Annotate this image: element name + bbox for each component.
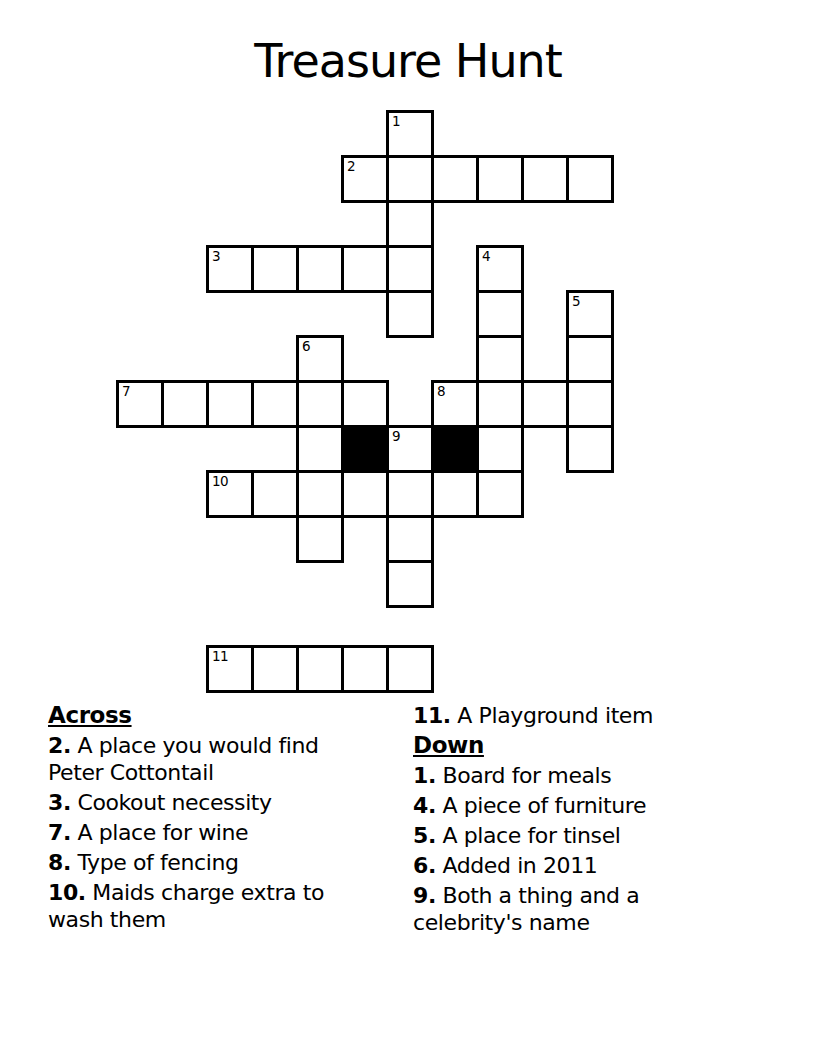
clue-number: 10.: [48, 880, 86, 905]
grid-cell-r6-c1[interactable]: [161, 380, 209, 428]
grid-cell-r6-c5[interactable]: [341, 380, 389, 428]
clue-number: 2.: [48, 733, 71, 758]
clue-number: 1.: [413, 763, 436, 788]
grid-cell-r7-c10[interactable]: [566, 425, 614, 473]
clues-column-left: Across2. A place you would find Peter Co…: [48, 702, 380, 936]
grid-cell-r8-c4[interactable]: [296, 470, 344, 518]
grid-cell-r3-c3[interactable]: [251, 245, 299, 293]
clue-2-across: 2. A place you would find Peter Cottonta…: [48, 732, 380, 786]
clue-number: 4.: [413, 793, 436, 818]
grid-cell-r0-c6[interactable]: 1: [386, 110, 434, 158]
grid-cell-r8-c7[interactable]: [431, 470, 479, 518]
clue-text: Cookout necessity: [71, 790, 272, 815]
grid-cell-r3-c4[interactable]: [296, 245, 344, 293]
clue-text: Board for meals: [436, 763, 612, 788]
grid-cell-r5-c10[interactable]: [566, 335, 614, 383]
clue-number: 9.: [413, 883, 436, 908]
clue-number: 6.: [413, 853, 436, 878]
grid-cell-r11-c6[interactable]: [386, 645, 434, 693]
clue-5-down: 5. A place for tinsel: [413, 822, 695, 849]
clue-text: Both a thing and a celebrity's name: [413, 883, 639, 935]
grid-cell-r4-c8[interactable]: [476, 290, 524, 338]
grid-cell-r11-c4[interactable]: [296, 645, 344, 693]
grid-cell-r6-c0[interactable]: 7: [116, 380, 164, 428]
clue-number: 11.: [413, 703, 451, 728]
grid-cell-r7-c4[interactable]: [296, 425, 344, 473]
grid-cell-r1-c8[interactable]: [476, 155, 524, 203]
grid-cell-r6-c4[interactable]: [296, 380, 344, 428]
cell-number-9: 9: [392, 429, 400, 444]
grid-cell-r10-c6[interactable]: [386, 560, 434, 608]
cell-number-1: 1: [392, 114, 400, 129]
clue-number: 7.: [48, 820, 71, 845]
clue-3-across: 3. Cookout necessity: [48, 789, 380, 816]
crossword-grid: 1234567891011: [116, 110, 616, 695]
clue-number: 5.: [413, 823, 436, 848]
clue-text: A Playground item: [451, 703, 653, 728]
grid-cell-r6-c2[interactable]: [206, 380, 254, 428]
grid-cell-r8-c2[interactable]: 10: [206, 470, 254, 518]
grid-cell-r1-c5[interactable]: 2: [341, 155, 389, 203]
puzzle-title: Treasure Hunt: [0, 34, 816, 88]
clue-9-down: 9. Both a thing and a celebrity's name: [413, 882, 695, 936]
cell-number-8: 8: [437, 384, 445, 399]
clue-number: 8.: [48, 850, 71, 875]
grid-cell-r8-c5[interactable]: [341, 470, 389, 518]
grid-cell-r7-c8[interactable]: [476, 425, 524, 473]
clue-1-down: 1. Board for meals: [413, 762, 695, 789]
grid-cell-r3-c2[interactable]: 3: [206, 245, 254, 293]
cell-number-11: 11: [212, 649, 228, 664]
clue-11-across: 11. A Playground item: [413, 702, 695, 729]
grid-cell-r4-c6[interactable]: [386, 290, 434, 338]
black-cell: [431, 425, 479, 473]
grid-cell-r6-c10[interactable]: [566, 380, 614, 428]
clue-text: Type of fencing: [71, 850, 239, 875]
clue-8-across: 8. Type of fencing: [48, 849, 380, 876]
grid-cell-r9-c6[interactable]: [386, 515, 434, 563]
clue-10-across: 10. Maids charge extra to wash them: [48, 879, 380, 933]
clue-text: A place you would find Peter Cottontail: [48, 733, 319, 785]
grid-cell-r2-c6[interactable]: [386, 200, 434, 248]
cell-number-10: 10: [212, 474, 228, 489]
grid-cell-r6-c8[interactable]: [476, 380, 524, 428]
black-cell: [341, 425, 389, 473]
grid-cell-r6-c7[interactable]: 8: [431, 380, 479, 428]
grid-cell-r8-c6[interactable]: [386, 470, 434, 518]
grid-cell-r9-c4[interactable]: [296, 515, 344, 563]
clue-6-down: 6. Added in 2011: [413, 852, 695, 879]
grid-cell-r8-c8[interactable]: [476, 470, 524, 518]
cell-number-6: 6: [302, 339, 310, 354]
grid-cell-r8-c3[interactable]: [251, 470, 299, 518]
cell-number-5: 5: [572, 294, 580, 309]
cell-number-2: 2: [347, 159, 355, 174]
cell-number-3: 3: [212, 249, 220, 264]
grid-cell-r1-c7[interactable]: [431, 155, 479, 203]
grid-cell-r3-c6[interactable]: [386, 245, 434, 293]
grid-cell-r11-c3[interactable]: [251, 645, 299, 693]
clue-text: Maids charge extra to wash them: [48, 880, 324, 932]
grid-cell-r11-c5[interactable]: [341, 645, 389, 693]
clue-7-across: 7. A place for wine: [48, 819, 380, 846]
grid-cell-r7-c6[interactable]: 9: [386, 425, 434, 473]
clue-text: A piece of furniture: [436, 793, 646, 818]
cell-number-7: 7: [122, 384, 130, 399]
across-header: Across: [48, 702, 380, 729]
grid-cell-r11-c2[interactable]: 11: [206, 645, 254, 693]
clues-column-right: 11. A Playground itemDown1. Board for me…: [413, 702, 695, 939]
clue-text: A place for wine: [71, 820, 248, 845]
grid-cell-r1-c9[interactable]: [521, 155, 569, 203]
grid-cell-r3-c5[interactable]: [341, 245, 389, 293]
grid-cell-r4-c10[interactable]: 5: [566, 290, 614, 338]
grid-cell-r1-c6[interactable]: [386, 155, 434, 203]
grid-cell-r6-c3[interactable]: [251, 380, 299, 428]
grid-cell-r3-c8[interactable]: 4: [476, 245, 524, 293]
grid-cell-r6-c9[interactable]: [521, 380, 569, 428]
grid-cell-r1-c10[interactable]: [566, 155, 614, 203]
cell-number-4: 4: [482, 249, 490, 264]
clue-text: Added in 2011: [436, 853, 598, 878]
clue-4-down: 4. A piece of furniture: [413, 792, 695, 819]
clue-number: 3.: [48, 790, 71, 815]
grid-cell-r5-c4[interactable]: 6: [296, 335, 344, 383]
clue-text: A place for tinsel: [436, 823, 621, 848]
grid-cell-r5-c8[interactable]: [476, 335, 524, 383]
down-header: Down: [413, 732, 695, 759]
